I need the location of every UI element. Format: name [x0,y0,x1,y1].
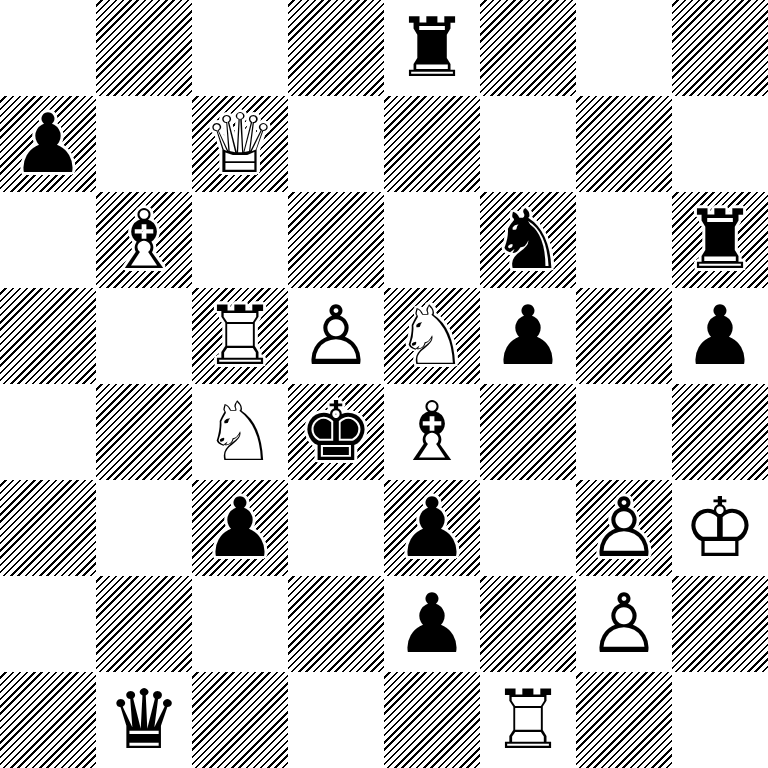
white-queen-icon: ♕ [203,96,277,192]
square-g5[interactable] [576,288,672,384]
piece-white-queen[interactable]: ♛♕ [192,96,288,192]
square-a2[interactable] [0,576,96,672]
square-b6[interactable]: ♝♗ [96,192,192,288]
piece-white-rook[interactable]: ♜♖ [192,288,288,384]
square-f6[interactable]: ♞♞ [480,192,576,288]
square-f5[interactable]: ♟♟ [480,288,576,384]
square-c5[interactable]: ♜♖ [192,288,288,384]
square-e3[interactable]: ♟♟ [384,480,480,576]
square-a1[interactable] [0,672,96,768]
square-e5[interactable]: ♞♘ [384,288,480,384]
white-pawn-icon: ♙ [587,480,661,576]
black-pawn-icon: ♟ [683,288,757,384]
square-b8[interactable] [96,0,192,96]
piece-white-rook[interactable]: ♜♖ [480,672,576,768]
piece-black-knight[interactable]: ♞♞ [480,192,576,288]
piece-black-pawn[interactable]: ♟♟ [384,576,480,672]
piece-white-pawn[interactable]: ♟♙ [576,480,672,576]
square-d2[interactable] [288,576,384,672]
white-king-icon: ♔ [683,480,757,576]
square-a3[interactable] [0,480,96,576]
piece-white-bishop[interactable]: ♝♗ [384,384,480,480]
square-e7[interactable] [384,96,480,192]
square-h2[interactable] [672,576,768,672]
square-a4[interactable] [0,384,96,480]
white-bishop-icon: ♗ [395,384,469,480]
white-bishop-icon: ♗ [107,192,181,288]
square-g2[interactable]: ♟♙ [576,576,672,672]
white-knight-icon: ♘ [203,384,277,480]
black-pawn-icon: ♟ [491,288,565,384]
square-h4[interactable] [672,384,768,480]
black-king-icon: ♚ [299,384,373,480]
square-f2[interactable] [480,576,576,672]
square-f8[interactable] [480,0,576,96]
square-d7[interactable] [288,96,384,192]
black-pawn-icon: ♟ [395,480,469,576]
square-b3[interactable] [96,480,192,576]
square-g3[interactable]: ♟♙ [576,480,672,576]
square-h7[interactable] [672,96,768,192]
square-d8[interactable] [288,0,384,96]
piece-black-pawn[interactable]: ♟♟ [192,480,288,576]
square-d3[interactable] [288,480,384,576]
piece-white-bishop[interactable]: ♝♗ [96,192,192,288]
piece-black-pawn[interactable]: ♟♟ [384,480,480,576]
square-c1[interactable] [192,672,288,768]
piece-white-pawn[interactable]: ♟♙ [576,576,672,672]
square-e1[interactable] [384,672,480,768]
square-g8[interactable] [576,0,672,96]
white-knight-icon: ♘ [395,288,469,384]
white-pawn-icon: ♙ [299,288,373,384]
square-g1[interactable] [576,672,672,768]
square-c7[interactable]: ♛♕ [192,96,288,192]
square-d1[interactable] [288,672,384,768]
black-pawn-icon: ♟ [203,480,277,576]
white-rook-icon: ♖ [203,288,277,384]
square-f3[interactable] [480,480,576,576]
piece-black-queen[interactable]: ♛♛ [96,672,192,768]
piece-white-pawn[interactable]: ♟♙ [288,288,384,384]
piece-black-king[interactable]: ♚♚ [288,384,384,480]
square-b2[interactable] [96,576,192,672]
square-a5[interactable] [0,288,96,384]
piece-black-pawn[interactable]: ♟♟ [480,288,576,384]
piece-black-pawn[interactable]: ♟♟ [672,288,768,384]
piece-black-rook[interactable]: ♜♜ [384,0,480,96]
square-c6[interactable] [192,192,288,288]
square-b5[interactable] [96,288,192,384]
square-e4[interactable]: ♝♗ [384,384,480,480]
square-d4[interactable]: ♚♚ [288,384,384,480]
black-queen-icon: ♛ [107,672,181,768]
white-pawn-icon: ♙ [587,576,661,672]
black-pawn-icon: ♟ [11,96,85,192]
square-f1[interactable]: ♜♖ [480,672,576,768]
square-f4[interactable] [480,384,576,480]
square-b7[interactable] [96,96,192,192]
chess-board: ♜♜♟♟♛♕♝♗♞♞♜♜♜♖♟♙♞♘♟♟♟♟♞♘♚♚♝♗♟♟♟♟♟♙♚♔♟♟♟♙… [0,0,768,768]
square-h5[interactable]: ♟♟ [672,288,768,384]
square-e2[interactable]: ♟♟ [384,576,480,672]
square-d5[interactable]: ♟♙ [288,288,384,384]
square-h3[interactable]: ♚♔ [672,480,768,576]
square-g6[interactable] [576,192,672,288]
piece-white-knight[interactable]: ♞♘ [384,288,480,384]
square-h1[interactable] [672,672,768,768]
square-a8[interactable] [0,0,96,96]
piece-black-rook[interactable]: ♜♜ [672,192,768,288]
black-pawn-icon: ♟ [395,576,469,672]
square-a6[interactable] [0,192,96,288]
square-c4[interactable]: ♞♘ [192,384,288,480]
square-b4[interactable] [96,384,192,480]
square-d6[interactable] [288,192,384,288]
square-h8[interactable] [672,0,768,96]
square-b1[interactable]: ♛♛ [96,672,192,768]
piece-black-pawn[interactable]: ♟♟ [0,96,96,192]
square-c8[interactable] [192,0,288,96]
black-rook-icon: ♜ [683,192,757,288]
square-g4[interactable] [576,384,672,480]
square-e8[interactable]: ♜♜ [384,0,480,96]
square-f7[interactable] [480,96,576,192]
square-h6[interactable]: ♜♜ [672,192,768,288]
piece-white-king[interactable]: ♚♔ [672,480,768,576]
square-c2[interactable] [192,576,288,672]
piece-white-knight[interactable]: ♞♘ [192,384,288,480]
black-rook-icon: ♜ [395,0,469,96]
black-knight-icon: ♞ [491,192,565,288]
square-g7[interactable] [576,96,672,192]
square-c3[interactable]: ♟♟ [192,480,288,576]
square-a7[interactable]: ♟♟ [0,96,96,192]
square-e6[interactable] [384,192,480,288]
white-rook-icon: ♖ [491,672,565,768]
